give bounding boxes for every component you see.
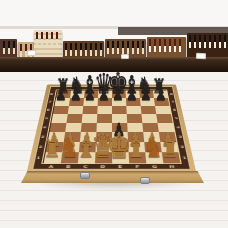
square-a7 (54, 97, 69, 105)
square-d2 (94, 141, 111, 151)
square-b8 (69, 90, 84, 97)
square-h5 (155, 113, 171, 122)
square-a3 (47, 131, 64, 141)
coordinate-label: E (111, 164, 128, 169)
coordinate-label: 7 (45, 97, 53, 105)
coordinate-label: B (59, 164, 77, 169)
coordinate-label: H (57, 86, 71, 89)
coordinate-label: C (124, 86, 138, 89)
square-e8 (111, 90, 125, 97)
coordinate-label: G (145, 164, 163, 169)
square-h4 (156, 122, 173, 131)
square-h7 (153, 97, 168, 105)
square-c6 (82, 105, 97, 113)
coordinate-label: H (162, 164, 180, 169)
square-g5 (140, 113, 156, 122)
square-b4 (64, 122, 80, 131)
coordinate-label: 6 (170, 105, 179, 113)
square-d1 (94, 151, 111, 162)
square-c3 (79, 131, 96, 141)
square-e5 (111, 113, 126, 122)
coordinate-label: A (151, 86, 165, 89)
square-h2 (159, 141, 177, 151)
price-tag (27, 50, 36, 57)
square-c1 (77, 151, 95, 162)
mini-piece-row (0, 48, 15, 54)
coordinate-label: 2 (35, 141, 45, 151)
file-labels-near: ABCDEFGH (41, 164, 180, 169)
coordinate-label: 6 (44, 105, 53, 113)
maker-mark (109, 86, 113, 87)
square-e4 (111, 122, 127, 131)
mini-piece-row (149, 39, 184, 46)
coordinate-label: C (76, 164, 94, 169)
square-d5 (96, 113, 111, 122)
price-tag (196, 53, 206, 60)
hinge-right (140, 177, 150, 184)
square-a6 (52, 105, 68, 113)
square-g7 (139, 97, 154, 105)
mini-piece-row (65, 50, 102, 56)
coordinate-label: F (128, 164, 146, 169)
square-b2 (61, 141, 79, 151)
square-g4 (141, 122, 157, 131)
square-a4 (49, 122, 66, 131)
square-c8 (83, 90, 97, 97)
square-a8 (55, 90, 70, 97)
square-f4 (126, 122, 142, 131)
mini-piece-row (36, 32, 60, 39)
square-h6 (154, 105, 170, 113)
coordinate-label: 1 (33, 151, 43, 162)
square-e1 (111, 151, 128, 162)
square-b3 (63, 131, 80, 141)
mini-piece-row (189, 42, 227, 48)
square-b1 (60, 151, 78, 162)
product-photo-scene: ABCDEFGH ABCDEFGH 12345678 12345678 ♜♞♝♛… (0, 0, 228, 228)
coordinate-label: 1 (179, 151, 189, 162)
square-a1 (43, 151, 62, 162)
square-e7 (111, 97, 125, 105)
coordinate-label: F (84, 86, 98, 89)
mini-piece-row (65, 43, 102, 50)
hinge-left (80, 172, 90, 179)
square-f5 (126, 113, 142, 122)
square-f2 (127, 141, 144, 151)
square-d4 (95, 122, 111, 131)
coordinate-label: 8 (47, 90, 55, 97)
square-a5 (50, 113, 66, 122)
coordinate-label: A (41, 164, 59, 169)
mini-piece-row (36, 39, 60, 45)
square-e6 (111, 105, 126, 113)
square-g6 (140, 105, 156, 113)
square-e3 (111, 131, 127, 141)
square-b5 (66, 113, 82, 122)
square-h1 (161, 151, 180, 162)
square-e2 (111, 141, 128, 151)
coordinate-label: 3 (37, 131, 46, 141)
square-c2 (78, 141, 95, 151)
square-h8 (152, 90, 167, 97)
square-f3 (127, 131, 144, 141)
shelf-front-band (0, 57, 228, 72)
square-c5 (81, 113, 97, 122)
square-f1 (128, 151, 146, 162)
coordinate-label: 4 (173, 122, 182, 131)
square-a2 (45, 141, 63, 151)
coordinate-label: 3 (175, 131, 184, 141)
square-d3 (95, 131, 111, 141)
coordinate-label: 5 (42, 113, 51, 122)
coordinate-label: D (94, 164, 111, 169)
mini-piece-row (0, 41, 15, 48)
square-f6 (125, 105, 140, 113)
mini-piece-row (149, 46, 184, 52)
board-squares-grid (43, 90, 180, 163)
coordinate-label: 8 (167, 90, 175, 97)
square-g2 (143, 141, 161, 151)
square-g1 (144, 151, 162, 162)
coordinate-label: 7 (168, 97, 176, 105)
coordinate-label: 4 (40, 122, 49, 131)
square-f8 (125, 90, 139, 97)
board-front-edge (21, 171, 204, 183)
chess-board: ABCDEFGH ABCDEFGH 12345678 12345678 (26, 84, 196, 172)
square-b6 (67, 105, 83, 113)
square-b7 (68, 97, 83, 105)
mini-piece-row (107, 41, 144, 48)
mini-piece-row (189, 35, 227, 42)
square-c7 (82, 97, 97, 105)
coordinate-label: 5 (172, 113, 181, 122)
square-d6 (96, 105, 111, 113)
square-c4 (80, 122, 96, 131)
coordinate-label: B (138, 86, 152, 89)
square-g8 (138, 90, 153, 97)
square-g3 (142, 131, 159, 141)
square-d7 (97, 97, 111, 105)
coordinate-label: 2 (177, 141, 187, 151)
square-h3 (158, 131, 175, 141)
square-f7 (125, 97, 140, 105)
square-d8 (97, 90, 111, 97)
coordinate-label: G (70, 86, 84, 89)
price-tag (121, 54, 129, 59)
